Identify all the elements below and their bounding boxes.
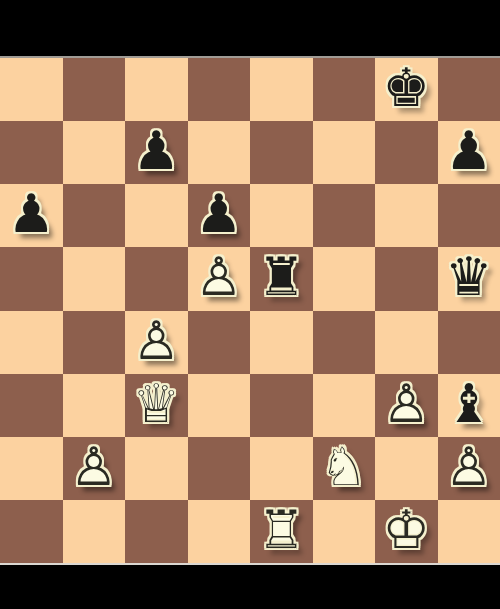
- black-pawn-glyph: ♟: [125, 121, 188, 184]
- square-g6[interactable]: [375, 184, 438, 247]
- black-king[interactable]: ♚: [375, 58, 438, 121]
- square-c4[interactable]: ♟♙: [125, 311, 188, 374]
- black-queen-glyph: ♛: [438, 247, 500, 310]
- square-f8[interactable]: [313, 58, 376, 121]
- square-b6[interactable]: [63, 184, 126, 247]
- square-c6[interactable]: [125, 184, 188, 247]
- square-a7[interactable]: [0, 121, 63, 184]
- white-queen-outline-glyph: ♕: [125, 374, 188, 437]
- square-e8[interactable]: [250, 58, 313, 121]
- white-pawn-outline-glyph: ♙: [375, 374, 438, 437]
- square-g5[interactable]: [375, 247, 438, 310]
- square-f2[interactable]: ♞♘: [313, 437, 376, 500]
- square-a2[interactable]: [0, 437, 63, 500]
- square-d2[interactable]: [188, 437, 251, 500]
- square-c8[interactable]: [125, 58, 188, 121]
- black-bishop-glyph: ♝: [438, 374, 500, 437]
- square-g8[interactable]: ♚: [375, 58, 438, 121]
- square-d5[interactable]: ♟♙: [188, 247, 251, 310]
- square-d3[interactable]: [188, 374, 251, 437]
- white-pawn-outline-glyph: ♙: [438, 437, 500, 500]
- white-pawn-outline-glyph: ♙: [125, 311, 188, 374]
- square-a4[interactable]: [0, 311, 63, 374]
- square-a5[interactable]: [0, 247, 63, 310]
- top-letterbox-bar: [0, 0, 500, 56]
- black-rook[interactable]: ♜: [250, 247, 313, 310]
- white-pawn[interactable]: ♟♙: [188, 247, 251, 310]
- square-g4[interactable]: [375, 311, 438, 374]
- white-king-outline-glyph: ♔: [375, 500, 438, 563]
- square-d1[interactable]: [188, 500, 251, 563]
- square-b5[interactable]: [63, 247, 126, 310]
- square-a1[interactable]: [0, 500, 63, 563]
- square-f4[interactable]: [313, 311, 376, 374]
- white-rook[interactable]: ♜♖: [250, 500, 313, 563]
- chess-board: ♚♟♟♟♟♟♙♜♛♟♙♛♕♟♙♝♟♙♞♘♟♙♜♖♚♔: [0, 56, 500, 565]
- white-pawn-outline-glyph: ♙: [63, 437, 126, 500]
- square-b3[interactable]: [63, 374, 126, 437]
- square-g1[interactable]: ♚♔: [375, 500, 438, 563]
- square-b1[interactable]: [63, 500, 126, 563]
- square-h7[interactable]: ♟: [438, 121, 500, 184]
- square-c5[interactable]: [125, 247, 188, 310]
- white-knight[interactable]: ♞♘: [313, 437, 376, 500]
- square-c2[interactable]: [125, 437, 188, 500]
- square-h1[interactable]: [438, 500, 500, 563]
- square-a8[interactable]: [0, 58, 63, 121]
- bottom-letterbox-bar: [0, 565, 500, 609]
- square-e2[interactable]: [250, 437, 313, 500]
- square-d7[interactable]: [188, 121, 251, 184]
- square-h5[interactable]: ♛: [438, 247, 500, 310]
- square-b2[interactable]: ♟♙: [63, 437, 126, 500]
- square-d6[interactable]: ♟: [188, 184, 251, 247]
- square-c3[interactable]: ♛♕: [125, 374, 188, 437]
- square-f7[interactable]: [313, 121, 376, 184]
- square-a6[interactable]: ♟: [0, 184, 63, 247]
- black-pawn-glyph: ♟: [188, 184, 251, 247]
- white-pawn-outline-glyph: ♙: [188, 247, 251, 310]
- square-f3[interactable]: [313, 374, 376, 437]
- square-f5[interactable]: [313, 247, 376, 310]
- square-a3[interactable]: [0, 374, 63, 437]
- square-e4[interactable]: [250, 311, 313, 374]
- square-c7[interactable]: ♟: [125, 121, 188, 184]
- square-h2[interactable]: ♟♙: [438, 437, 500, 500]
- white-knight-outline-glyph: ♘: [313, 437, 376, 500]
- square-b7[interactable]: [63, 121, 126, 184]
- square-b4[interactable]: [63, 311, 126, 374]
- white-pawn[interactable]: ♟♙: [125, 311, 188, 374]
- white-pawn[interactable]: ♟♙: [63, 437, 126, 500]
- white-pawn[interactable]: ♟♙: [438, 437, 500, 500]
- square-e7[interactable]: [250, 121, 313, 184]
- square-b8[interactable]: [63, 58, 126, 121]
- square-h4[interactable]: [438, 311, 500, 374]
- app-frame: ♚♟♟♟♟♟♙♜♛♟♙♛♕♟♙♝♟♙♞♘♟♙♜♖♚♔: [0, 0, 500, 609]
- square-f1[interactable]: [313, 500, 376, 563]
- square-e5[interactable]: ♜: [250, 247, 313, 310]
- square-d8[interactable]: [188, 58, 251, 121]
- black-pawn-glyph: ♟: [438, 121, 500, 184]
- square-h6[interactable]: [438, 184, 500, 247]
- square-h3[interactable]: ♝: [438, 374, 500, 437]
- square-e1[interactable]: ♜♖: [250, 500, 313, 563]
- black-pawn[interactable]: ♟: [438, 121, 500, 184]
- black-pawn-glyph: ♟: [0, 184, 63, 247]
- square-c1[interactable]: [125, 500, 188, 563]
- black-bishop[interactable]: ♝: [438, 374, 500, 437]
- white-king[interactable]: ♚♔: [375, 500, 438, 563]
- white-pawn[interactable]: ♟♙: [375, 374, 438, 437]
- black-king-glyph: ♚: [375, 58, 438, 121]
- black-pawn[interactable]: ♟: [125, 121, 188, 184]
- square-e3[interactable]: [250, 374, 313, 437]
- white-rook-outline-glyph: ♖: [250, 500, 313, 563]
- square-g2[interactable]: [375, 437, 438, 500]
- black-pawn[interactable]: ♟: [188, 184, 251, 247]
- square-f6[interactable]: [313, 184, 376, 247]
- square-g7[interactable]: [375, 121, 438, 184]
- black-rook-glyph: ♜: [250, 247, 313, 310]
- square-g3[interactable]: ♟♙: [375, 374, 438, 437]
- white-queen[interactable]: ♛♕: [125, 374, 188, 437]
- square-e6[interactable]: [250, 184, 313, 247]
- black-queen[interactable]: ♛: [438, 247, 500, 310]
- square-h8[interactable]: [438, 58, 500, 121]
- square-d4[interactable]: [188, 311, 251, 374]
- black-pawn[interactable]: ♟: [0, 184, 63, 247]
